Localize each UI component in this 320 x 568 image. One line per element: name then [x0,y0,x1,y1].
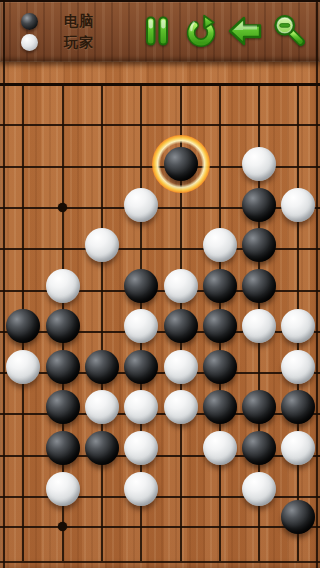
stone-black [124,350,158,384]
stone-black [203,390,237,424]
stone-white [124,188,158,222]
stone-black [164,309,198,343]
stone-black [85,431,119,465]
star-point [58,203,67,212]
stone-black [46,431,80,465]
stone-black [281,500,315,534]
stone-black [242,188,276,222]
stone-white [124,431,158,465]
stone-black [242,390,276,424]
grid-line-horizontal [0,124,320,126]
gomoku-board[interactable] [0,0,320,568]
toolbar-buttons [139,11,307,51]
player-stone-indicator [21,34,38,51]
stone-black [85,350,119,384]
screen-frame-left [3,0,5,568]
computer-stone-indicator [21,13,38,30]
stone-white [124,309,158,343]
stone-white [281,188,315,222]
pause-icon [140,11,174,51]
stone-white [124,472,158,506]
stone-black [46,390,80,424]
stone-black [46,350,80,384]
star-point [58,522,67,531]
back-button[interactable] [227,11,263,51]
pause-button[interactable] [139,11,175,51]
stone-white [85,228,119,262]
stone-white [281,309,315,343]
screen-frame-bottom [0,561,320,563]
restart-button[interactable] [183,11,219,51]
stone-black [242,269,276,303]
stone-white [242,147,276,181]
stone-white [203,431,237,465]
stone-white [242,472,276,506]
stone-white [281,431,315,465]
toolbar: 电脑 玩家 [0,0,320,62]
stone-white [46,269,80,303]
stone-black [203,269,237,303]
stone-black [164,147,198,181]
stone-white [164,269,198,303]
stone-white [203,228,237,262]
stone-black [203,350,237,384]
board-top-border [0,83,320,86]
zoom-out-icon [271,11,307,51]
grid-line-vertical [101,83,103,561]
stone-black [46,309,80,343]
stone-black [242,431,276,465]
back-arrow-icon [227,11,263,51]
stone-white [164,390,198,424]
stone-black [6,309,40,343]
restart-icon [183,11,219,51]
stone-white [6,350,40,384]
zoom-out-button[interactable] [271,11,307,51]
stone-white [85,390,119,424]
stone-black [124,269,158,303]
stone-white [164,350,198,384]
stone-white [281,350,315,384]
app-screen: 电脑 玩家 [0,0,320,568]
player-label: 玩家 [64,34,144,52]
screen-frame-right [316,0,318,568]
computer-label: 电脑 [64,13,144,31]
stone-black [281,390,315,424]
grid-line-horizontal [0,526,320,528]
stone-black [203,309,237,343]
stone-white [46,472,80,506]
stone-white [242,309,276,343]
stone-black [242,228,276,262]
stone-white [124,390,158,424]
